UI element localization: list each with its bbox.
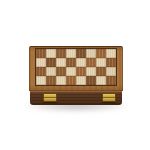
light-square [76,58,86,67]
light-square [106,49,116,58]
light-square [36,58,46,67]
light-square [56,76,66,85]
dark-square [86,76,96,85]
light-square [66,67,76,76]
light-square [46,67,56,76]
light-square [56,58,66,67]
dark-square [36,49,46,58]
dark-square [46,76,56,85]
dark-square [66,58,76,67]
light-square [66,49,76,58]
brass-latch-right [102,93,116,102]
light-square [86,49,96,58]
brass-latch-left [43,93,57,102]
dark-square [36,67,46,76]
dark-square [96,49,106,58]
light-square [96,58,106,67]
light-square [46,49,56,58]
light-square [106,67,116,76]
light-square [86,67,96,76]
dark-square [46,58,56,67]
light-square [96,76,106,85]
dark-square [56,49,66,58]
dark-square [86,58,96,67]
dark-square [66,76,76,85]
dark-square [106,58,116,67]
board-frame-inlay [35,48,117,86]
dark-square [106,76,116,85]
half-chessboard-grid [36,49,116,85]
dark-square [56,67,66,76]
dark-square [76,67,86,76]
dark-square [76,49,86,58]
chess-box [29,46,123,105]
photo-background [0,0,150,150]
light-square [76,76,86,85]
light-square [36,76,46,85]
dark-square [96,67,106,76]
folded-lid-top-face [29,46,123,91]
box-front-face [30,91,122,105]
